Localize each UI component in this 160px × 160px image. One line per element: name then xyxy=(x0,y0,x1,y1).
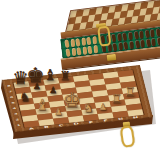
piece-shadow xyxy=(50,91,57,95)
pieces-layer: ♛♚♝♜♟♟♞♜♝♚♜♞♟♟ xyxy=(0,0,160,160)
piece-shadow xyxy=(101,108,108,112)
piece-shadow xyxy=(56,113,63,117)
piece-shadow xyxy=(113,101,123,105)
piece-shadow xyxy=(65,106,81,110)
piece-shadow xyxy=(34,87,41,91)
piece-shadow xyxy=(21,99,31,103)
piece-shadow xyxy=(85,110,95,114)
piece-shadow xyxy=(14,83,28,87)
piece-shadow xyxy=(61,78,71,82)
piece-shadow xyxy=(45,79,57,83)
piece-shadow xyxy=(28,81,44,85)
piece-shadow xyxy=(37,109,49,113)
piece-shadow xyxy=(126,94,136,98)
